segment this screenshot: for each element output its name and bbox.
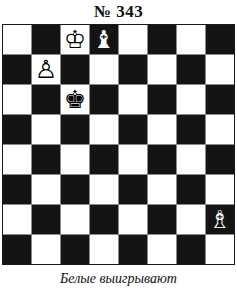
square-c6[interactable]: ♚ — [61, 85, 89, 114]
square-g1[interactable] — [177, 235, 205, 264]
square-d5[interactable] — [90, 115, 118, 144]
square-f1[interactable] — [148, 235, 176, 264]
square-h4[interactable] — [206, 145, 234, 174]
square-a7[interactable] — [3, 55, 31, 84]
square-a1[interactable] — [3, 235, 31, 264]
black-king-c6[interactable]: ♚ — [64, 85, 86, 114]
square-g5[interactable] — [177, 115, 205, 144]
square-a4[interactable] — [3, 145, 31, 174]
square-b5[interactable] — [32, 115, 60, 144]
square-b6[interactable] — [32, 85, 60, 114]
square-a5[interactable] — [3, 115, 31, 144]
diagram-caption: Белые выигрывают — [0, 271, 237, 287]
square-c3[interactable] — [61, 175, 89, 204]
square-c1[interactable] — [61, 235, 89, 264]
square-c2[interactable] — [61, 205, 89, 234]
square-b3[interactable] — [32, 175, 60, 204]
square-h8[interactable] — [206, 25, 234, 54]
square-g2[interactable] — [177, 205, 205, 234]
diagram-number: № 343 — [0, 0, 237, 24]
square-h7[interactable] — [206, 55, 234, 84]
square-h6[interactable] — [206, 85, 234, 114]
square-e5[interactable] — [119, 115, 147, 144]
white-king-c8[interactable]: ♔ — [64, 25, 86, 54]
square-d8[interactable]: ♝ — [90, 25, 118, 54]
square-f6[interactable] — [148, 85, 176, 114]
square-f7[interactable] — [148, 55, 176, 84]
square-b2[interactable] — [32, 205, 60, 234]
square-g6[interactable] — [177, 85, 205, 114]
square-e1[interactable] — [119, 235, 147, 264]
square-b8[interactable] — [32, 25, 60, 54]
black-bishop-d8[interactable]: ♝ — [93, 25, 115, 54]
square-d7[interactable] — [90, 55, 118, 84]
square-h3[interactable] — [206, 175, 234, 204]
square-d2[interactable] — [90, 205, 118, 234]
square-f8[interactable] — [148, 25, 176, 54]
square-h5[interactable] — [206, 115, 234, 144]
square-c5[interactable] — [61, 115, 89, 144]
square-h2[interactable]: ♗ — [206, 205, 234, 234]
square-a8[interactable] — [3, 25, 31, 54]
square-b7[interactable]: ♙ — [32, 55, 60, 84]
square-a3[interactable] — [3, 175, 31, 204]
square-f3[interactable] — [148, 175, 176, 204]
square-h1[interactable] — [206, 235, 234, 264]
square-a2[interactable] — [3, 205, 31, 234]
square-e6[interactable] — [119, 85, 147, 114]
square-c8[interactable]: ♔ — [61, 25, 89, 54]
square-e8[interactable] — [119, 25, 147, 54]
square-e7[interactable] — [119, 55, 147, 84]
white-bishop-h2[interactable]: ♗ — [209, 205, 231, 234]
square-g4[interactable] — [177, 145, 205, 174]
square-e2[interactable] — [119, 205, 147, 234]
square-a6[interactable] — [3, 85, 31, 114]
square-f5[interactable] — [148, 115, 176, 144]
chess-board: ♔♝♙♚♗ — [2, 24, 235, 265]
square-g3[interactable] — [177, 175, 205, 204]
square-e4[interactable] — [119, 145, 147, 174]
square-d4[interactable] — [90, 145, 118, 174]
square-f4[interactable] — [148, 145, 176, 174]
square-e3[interactable] — [119, 175, 147, 204]
square-d3[interactable] — [90, 175, 118, 204]
square-d1[interactable] — [90, 235, 118, 264]
square-d6[interactable] — [90, 85, 118, 114]
square-g7[interactable] — [177, 55, 205, 84]
square-b4[interactable] — [32, 145, 60, 174]
square-c4[interactable] — [61, 145, 89, 174]
square-b1[interactable] — [32, 235, 60, 264]
square-g8[interactable] — [177, 25, 205, 54]
square-f2[interactable] — [148, 205, 176, 234]
square-c7[interactable] — [61, 55, 89, 84]
white-pawn-b7[interactable]: ♙ — [35, 55, 57, 84]
